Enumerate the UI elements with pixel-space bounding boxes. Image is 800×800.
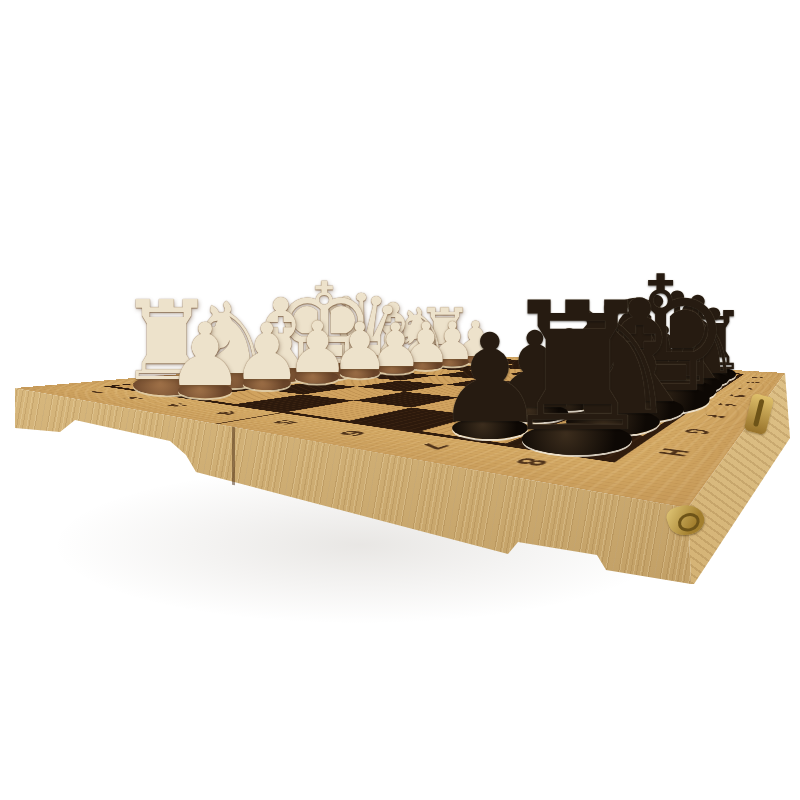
product-photo-scene: 12345678ABCDEFGH ♜♞♝♛♚♝♞♜♟♟♟♟♟♟♟♟♟♟♟♟♟♟♟… (0, 0, 800, 800)
piece-white-pawn-h2[interactable]: ♟ (166, 312, 244, 399)
pieces-layer: ♜♞♝♛♚♝♞♜♟♟♟♟♟♟♟♟♟♟♟♟♟♟♟♟♜♞♝♛♚♝♞♜ (0, 0, 800, 800)
piece-black-rook-h8[interactable]: ♜ (498, 280, 657, 458)
